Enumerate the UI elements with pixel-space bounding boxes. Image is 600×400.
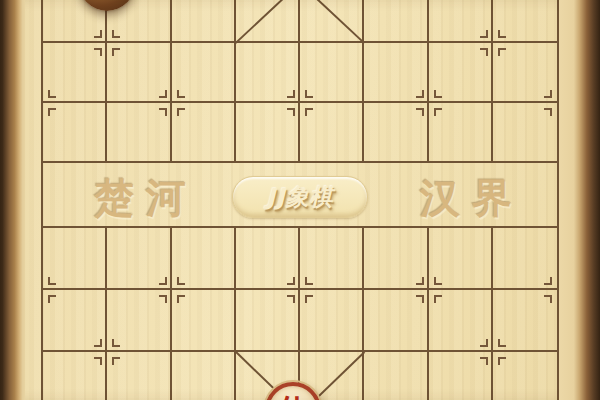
xiangqi-board: 楚河 JJ象棋 汉界 仕 — [0, 0, 600, 400]
board-vignette — [0, 0, 600, 400]
table-frame-left — [0, 0, 25, 400]
table-frame-right — [559, 0, 600, 400]
